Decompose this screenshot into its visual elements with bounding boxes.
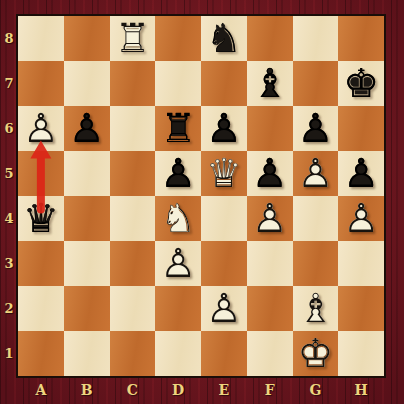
- square-h8[interactable]: [338, 16, 384, 61]
- square-g5[interactable]: ♟♙: [293, 151, 339, 196]
- piece-black-pawn-e6[interactable]: ♟♙: [201, 106, 247, 151]
- square-b1[interactable]: [64, 331, 110, 376]
- white-knight-outline-icon: ♘: [155, 198, 201, 238]
- black-king-outline-icon: ♔: [338, 63, 384, 103]
- piece-white-pawn-d3[interactable]: ♟♙: [155, 241, 201, 286]
- square-c5[interactable]: [110, 151, 156, 196]
- piece-white-pawn-a6[interactable]: ♟♙: [18, 106, 64, 151]
- white-queen-outline-icon: ♕: [201, 153, 247, 193]
- piece-white-rook-c8[interactable]: ♜♖: [110, 16, 156, 61]
- square-c3[interactable]: [110, 241, 156, 286]
- black-pawn-outline-icon: ♙: [155, 153, 201, 193]
- piece-black-king-h7[interactable]: ♚♔: [338, 61, 384, 106]
- white-pawn-outline-icon: ♙: [293, 153, 339, 193]
- piece-white-queen-e5[interactable]: ♛♕: [201, 151, 247, 196]
- file-label-c: C: [110, 376, 156, 404]
- square-f6[interactable]: [247, 106, 293, 151]
- square-d2[interactable]: [155, 286, 201, 331]
- white-rook-outline-icon: ♖: [110, 18, 156, 58]
- rank-labels: 87654321: [0, 16, 18, 376]
- piece-white-bishop-g2[interactable]: ♝♗: [293, 286, 339, 331]
- square-b3[interactable]: [64, 241, 110, 286]
- white-bishop-outline-icon: ♗: [293, 288, 339, 328]
- black-bishop-outline-icon: ♗: [247, 63, 293, 103]
- piece-black-pawn-b6[interactable]: ♟♙: [64, 106, 110, 151]
- black-knight-outline-icon: ♘: [201, 18, 247, 58]
- white-pawn-outline-icon: ♙: [201, 288, 247, 328]
- piece-black-bishop-f7[interactable]: ♝♗: [247, 61, 293, 106]
- rank-label-8: 8: [0, 16, 18, 61]
- square-c8[interactable]: ♜♖: [110, 16, 156, 61]
- rank-label-6: 6: [0, 106, 18, 151]
- chess-board[interactable]: ♜♖♞♘♝♗♚♔♟♙♟♙♜♖♟♙♟♙♟♙♛♕♟♙♟♙♟♙♛♕♞♘♟♙♟♙♟♙♟♙…: [18, 16, 384, 376]
- piece-black-knight-e8[interactable]: ♞♘: [201, 16, 247, 61]
- square-a6[interactable]: ♟♙: [18, 106, 64, 151]
- piece-black-pawn-g6[interactable]: ♟♙: [293, 106, 339, 151]
- square-f7[interactable]: ♝♗: [247, 61, 293, 106]
- square-e8[interactable]: ♞♘: [201, 16, 247, 61]
- square-c4[interactable]: [110, 196, 156, 241]
- piece-white-pawn-e2[interactable]: ♟♙: [201, 286, 247, 331]
- piece-white-pawn-f4[interactable]: ♟♙: [247, 196, 293, 241]
- square-h1[interactable]: [338, 331, 384, 376]
- square-e5[interactable]: ♛♕: [201, 151, 247, 196]
- square-e4[interactable]: [201, 196, 247, 241]
- white-pawn-outline-icon: ♙: [247, 198, 293, 238]
- square-h6[interactable]: [338, 106, 384, 151]
- square-b6[interactable]: ♟♙: [64, 106, 110, 151]
- square-a7[interactable]: [18, 61, 64, 106]
- square-d7[interactable]: [155, 61, 201, 106]
- square-d1[interactable]: [155, 331, 201, 376]
- square-f8[interactable]: [247, 16, 293, 61]
- square-e7[interactable]: [201, 61, 247, 106]
- square-c6[interactable]: [110, 106, 156, 151]
- rank-label-2: 2: [0, 286, 18, 331]
- square-e2[interactable]: ♟♙: [201, 286, 247, 331]
- square-f4[interactable]: ♟♙: [247, 196, 293, 241]
- black-pawn-outline-icon: ♙: [64, 108, 110, 148]
- square-h7[interactable]: ♚♔: [338, 61, 384, 106]
- file-label-b: B: [64, 376, 110, 404]
- black-pawn-outline-icon: ♙: [293, 108, 339, 148]
- white-pawn-outline-icon: ♙: [18, 108, 64, 148]
- square-g1[interactable]: ♚♔: [293, 331, 339, 376]
- square-d6[interactable]: ♜♖: [155, 106, 201, 151]
- piece-black-rook-d6[interactable]: ♜♖: [155, 106, 201, 151]
- square-f3[interactable]: [247, 241, 293, 286]
- file-labels: ABCDEFGH: [18, 376, 384, 404]
- square-f1[interactable]: [247, 331, 293, 376]
- square-c2[interactable]: [110, 286, 156, 331]
- square-f5[interactable]: ♟♙: [247, 151, 293, 196]
- rank-label-4: 4: [0, 196, 18, 241]
- file-label-e: E: [201, 376, 247, 404]
- file-label-h: H: [338, 376, 384, 404]
- square-e6[interactable]: ♟♙: [201, 106, 247, 151]
- file-label-f: F: [247, 376, 293, 404]
- square-a4[interactable]: ♛♕: [18, 196, 64, 241]
- square-c7[interactable]: [110, 61, 156, 106]
- black-queen-outline-icon: ♕: [18, 198, 64, 238]
- square-h4[interactable]: ♟♙: [338, 196, 384, 241]
- square-a3[interactable]: [18, 241, 64, 286]
- square-h2[interactable]: [338, 286, 384, 331]
- square-g3[interactable]: [293, 241, 339, 286]
- rank-label-7: 7: [0, 61, 18, 106]
- black-pawn-outline-icon: ♙: [338, 153, 384, 193]
- square-b8[interactable]: [64, 16, 110, 61]
- file-label-g: G: [293, 376, 339, 404]
- square-g8[interactable]: [293, 16, 339, 61]
- square-d3[interactable]: ♟♙: [155, 241, 201, 286]
- file-label-a: A: [18, 376, 64, 404]
- white-king-outline-icon: ♔: [293, 333, 339, 373]
- square-g2[interactable]: ♝♗: [293, 286, 339, 331]
- piece-black-pawn-h5[interactable]: ♟♙: [338, 151, 384, 196]
- square-d5[interactable]: ♟♙: [155, 151, 201, 196]
- rank-label-3: 3: [0, 241, 18, 286]
- square-h3[interactable]: [338, 241, 384, 286]
- square-d4[interactable]: ♞♘: [155, 196, 201, 241]
- black-pawn-outline-icon: ♙: [247, 153, 293, 193]
- white-pawn-outline-icon: ♙: [155, 243, 201, 283]
- square-b2[interactable]: [64, 286, 110, 331]
- square-a2[interactable]: [18, 286, 64, 331]
- square-b5[interactable]: [64, 151, 110, 196]
- square-e3[interactable]: [201, 241, 247, 286]
- black-pawn-outline-icon: ♙: [201, 108, 247, 148]
- square-e1[interactable]: [201, 331, 247, 376]
- piece-black-pawn-d5[interactable]: ♟♙: [155, 151, 201, 196]
- piece-white-king-g1[interactable]: ♚♔: [293, 331, 339, 376]
- square-b7[interactable]: [64, 61, 110, 106]
- rank-label-1: 1: [0, 331, 18, 376]
- square-g6[interactable]: ♟♙: [293, 106, 339, 151]
- rank-label-5: 5: [0, 151, 18, 196]
- square-f2[interactable]: [247, 286, 293, 331]
- square-d8[interactable]: [155, 16, 201, 61]
- square-a5[interactable]: [18, 151, 64, 196]
- piece-white-knight-d4[interactable]: ♞♘: [155, 196, 201, 241]
- black-rook-outline-icon: ♖: [155, 108, 201, 148]
- piece-white-pawn-h4[interactable]: ♟♙: [338, 196, 384, 241]
- file-label-d: D: [155, 376, 201, 404]
- chess-board-frame: 87654321 ABCDEFGH ♜♖♞♘♝♗♚♔♟♙♟♙♜♖♟♙♟♙♟♙♛♕…: [0, 0, 404, 404]
- square-a1[interactable]: [18, 331, 64, 376]
- square-g7[interactable]: [293, 61, 339, 106]
- white-pawn-outline-icon: ♙: [338, 198, 384, 238]
- square-c1[interactable]: [110, 331, 156, 376]
- square-h5[interactable]: ♟♙: [338, 151, 384, 196]
- piece-black-pawn-f5[interactable]: ♟♙: [247, 151, 293, 196]
- piece-white-pawn-g5[interactable]: ♟♙: [293, 151, 339, 196]
- square-b4[interactable]: [64, 196, 110, 241]
- square-g4[interactable]: [293, 196, 339, 241]
- piece-black-queen-a4[interactable]: ♛♕: [18, 196, 64, 241]
- square-a8[interactable]: [18, 16, 64, 61]
